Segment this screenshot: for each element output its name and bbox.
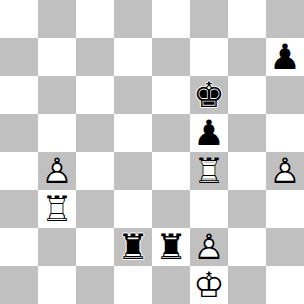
white-pawn: ♙ [266, 152, 304, 190]
square-h8[interactable] [266, 0, 304, 38]
square-f5[interactable]: ♟ [190, 114, 228, 152]
square-g8[interactable] [228, 0, 266, 38]
square-e7[interactable] [152, 38, 190, 76]
black-pawn: ♟ [266, 38, 304, 76]
square-c8[interactable] [76, 0, 114, 38]
square-h4[interactable]: ♟♙ [266, 152, 304, 190]
square-b1[interactable] [38, 266, 76, 304]
square-g3[interactable] [228, 190, 266, 228]
square-c5[interactable] [76, 114, 114, 152]
white-pawn-fill: ♟ [266, 152, 304, 190]
square-c1[interactable] [76, 266, 114, 304]
square-e4[interactable] [152, 152, 190, 190]
square-d1[interactable] [114, 266, 152, 304]
white-pawn-fill: ♟ [190, 228, 228, 266]
square-a5[interactable] [0, 114, 38, 152]
square-e2[interactable]: ♜ [152, 228, 190, 266]
square-b2[interactable] [38, 228, 76, 266]
white-pawn: ♙ [38, 152, 76, 190]
square-h7[interactable]: ♟ [266, 38, 304, 76]
square-b8[interactable] [38, 0, 76, 38]
square-c4[interactable] [76, 152, 114, 190]
white-king: ♔ [190, 266, 228, 304]
square-e1[interactable] [152, 266, 190, 304]
square-h5[interactable] [266, 114, 304, 152]
square-b6[interactable] [38, 76, 76, 114]
square-c7[interactable] [76, 38, 114, 76]
white-rook: ♖ [38, 190, 76, 228]
white-rook: ♖ [190, 152, 228, 190]
square-b7[interactable] [38, 38, 76, 76]
white-rook-fill: ♜ [190, 152, 228, 190]
square-d8[interactable] [114, 0, 152, 38]
square-f4[interactable]: ♜♖ [190, 152, 228, 190]
square-f3[interactable] [190, 190, 228, 228]
square-a7[interactable] [0, 38, 38, 76]
square-f2[interactable]: ♟♙ [190, 228, 228, 266]
black-rook: ♜ [152, 228, 190, 266]
square-h1[interactable] [266, 266, 304, 304]
square-h3[interactable] [266, 190, 304, 228]
square-e8[interactable] [152, 0, 190, 38]
square-d6[interactable] [114, 76, 152, 114]
black-rook: ♜ [114, 228, 152, 266]
square-c2[interactable] [76, 228, 114, 266]
black-king: ♚ [190, 76, 228, 114]
square-d5[interactable] [114, 114, 152, 152]
square-a6[interactable] [0, 76, 38, 114]
square-g2[interactable] [228, 228, 266, 266]
square-h6[interactable] [266, 76, 304, 114]
square-b3[interactable]: ♜♖ [38, 190, 76, 228]
white-pawn: ♙ [190, 228, 228, 266]
white-pawn-fill: ♟ [38, 152, 76, 190]
white-rook-fill: ♜ [38, 190, 76, 228]
square-e5[interactable] [152, 114, 190, 152]
square-f1[interactable]: ♚♔ [190, 266, 228, 304]
square-c3[interactable] [76, 190, 114, 228]
square-a3[interactable] [0, 190, 38, 228]
square-f7[interactable] [190, 38, 228, 76]
square-g4[interactable] [228, 152, 266, 190]
square-c6[interactable] [76, 76, 114, 114]
square-g1[interactable] [228, 266, 266, 304]
square-a1[interactable] [0, 266, 38, 304]
square-g7[interactable] [228, 38, 266, 76]
square-f6[interactable]: ♚ [190, 76, 228, 114]
square-e3[interactable] [152, 190, 190, 228]
square-e6[interactable] [152, 76, 190, 114]
square-g5[interactable] [228, 114, 266, 152]
square-d3[interactable] [114, 190, 152, 228]
square-g6[interactable] [228, 76, 266, 114]
white-king-fill: ♚ [190, 266, 228, 304]
square-a8[interactable] [0, 0, 38, 38]
square-b5[interactable] [38, 114, 76, 152]
chess-board: ♟♚♟♟♙♜♖♟♙♜♖♜♜♟♙♚♔ [0, 0, 304, 304]
square-d4[interactable] [114, 152, 152, 190]
square-a2[interactable] [0, 228, 38, 266]
square-b4[interactable]: ♟♙ [38, 152, 76, 190]
square-d2[interactable]: ♜ [114, 228, 152, 266]
square-a4[interactable] [0, 152, 38, 190]
square-h2[interactable] [266, 228, 304, 266]
black-pawn: ♟ [190, 114, 228, 152]
square-f8[interactable] [190, 0, 228, 38]
square-d7[interactable] [114, 38, 152, 76]
